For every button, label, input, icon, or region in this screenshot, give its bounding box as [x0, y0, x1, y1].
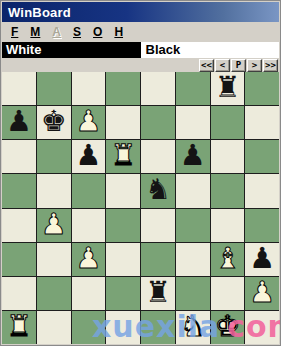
square-a6[interactable]: [2, 140, 36, 173]
menu-mode[interactable]: M: [30, 25, 40, 39]
white-bishop-g3[interactable]: ♝: [214, 244, 240, 273]
white-clock[interactable]: White: [2, 42, 141, 58]
square-b7[interactable]: ♚: [37, 106, 71, 139]
square-e5[interactable]: ♞: [141, 174, 175, 207]
square-g8[interactable]: ♜: [211, 72, 245, 105]
square-c4[interactable]: [72, 209, 106, 242]
square-h5[interactable]: [245, 174, 279, 207]
white-rook-a1[interactable]: ♜: [6, 312, 32, 341]
square-g3[interactable]: ♝: [211, 243, 245, 276]
black-pawn-f6[interactable]: ♟: [180, 141, 206, 170]
black-pawn-h3[interactable]: ♟: [249, 244, 275, 273]
chess-board: ♜♟♚♟♟♜♟♞♟♟♝♟♜♟♜♞♚: [2, 72, 279, 344]
square-b4[interactable]: ♟: [37, 209, 71, 242]
rewind-to-start-button[interactable]: <<: [199, 59, 214, 72]
black-rook-e2[interactable]: ♜: [145, 278, 171, 307]
square-a3[interactable]: [2, 243, 36, 276]
square-e8[interactable]: [141, 72, 175, 105]
menu-step[interactable]: S: [73, 25, 81, 39]
square-a7[interactable]: ♟: [2, 106, 36, 139]
square-f6[interactable]: ♟: [176, 140, 210, 173]
square-f4[interactable]: [176, 209, 210, 242]
white-rook-d6[interactable]: ♜: [110, 141, 136, 170]
forward-to-end-button[interactable]: >>: [263, 59, 278, 72]
white-pawn-b4[interactable]: ♟: [41, 210, 67, 239]
square-b3[interactable]: [37, 243, 71, 276]
square-d8[interactable]: [106, 72, 140, 105]
square-d7[interactable]: [106, 106, 140, 139]
square-h1[interactable]: [245, 311, 279, 344]
square-c3[interactable]: ♟: [72, 243, 106, 276]
square-d2[interactable]: [106, 277, 140, 310]
white-knight-f1[interactable]: ♞: [180, 312, 206, 341]
menu-bar: F M A S O H: [2, 22, 279, 42]
square-d4[interactable]: [106, 209, 140, 242]
square-c1[interactable]: [72, 311, 106, 344]
square-f8[interactable]: [176, 72, 210, 105]
square-e4[interactable]: [141, 209, 175, 242]
square-c7[interactable]: ♟: [72, 106, 106, 139]
black-knight-e5[interactable]: ♞: [145, 175, 171, 204]
square-f7[interactable]: [176, 106, 210, 139]
black-pawn-c6[interactable]: ♟: [75, 141, 101, 170]
square-e1[interactable]: [141, 311, 175, 344]
square-h7[interactable]: [245, 106, 279, 139]
square-a2[interactable]: [2, 277, 36, 310]
black-king-b7[interactable]: ♚: [41, 107, 67, 136]
square-f1[interactable]: ♞: [176, 311, 210, 344]
square-a5[interactable]: [2, 174, 36, 207]
square-h3[interactable]: ♟: [245, 243, 279, 276]
square-c2[interactable]: [72, 277, 106, 310]
square-b8[interactable]: [37, 72, 71, 105]
square-h8[interactable]: [245, 72, 279, 105]
title-bar[interactable]: WinBoard: [2, 2, 279, 22]
square-e7[interactable]: [141, 106, 175, 139]
square-d3[interactable]: [106, 243, 140, 276]
black-pawn-a7[interactable]: ♟: [6, 107, 32, 136]
square-d6[interactable]: ♜: [106, 140, 140, 173]
step-forward-button[interactable]: >: [247, 59, 262, 72]
square-g4[interactable]: [211, 209, 245, 242]
winboard-window: WinBoard F M A S O H White Black << < P …: [0, 0, 281, 346]
square-a8[interactable]: [2, 72, 36, 105]
square-h4[interactable]: [245, 209, 279, 242]
square-f2[interactable]: [176, 277, 210, 310]
black-rook-g8[interactable]: ♜: [214, 73, 240, 102]
square-g1[interactable]: ♚: [211, 311, 245, 344]
white-pawn-c3[interactable]: ♟: [75, 244, 101, 273]
square-b1[interactable]: [37, 311, 71, 344]
square-e3[interactable]: [141, 243, 175, 276]
menu-help[interactable]: H: [114, 25, 123, 39]
white-pawn-c7[interactable]: ♟: [75, 107, 101, 136]
square-d5[interactable]: [106, 174, 140, 207]
black-clock[interactable]: Black: [141, 42, 280, 58]
clock-bar: White Black: [2, 42, 279, 58]
square-g2[interactable]: [211, 277, 245, 310]
white-pawn-h2[interactable]: ♟: [249, 278, 275, 307]
menu-action[interactable]: A: [52, 25, 61, 39]
square-f5[interactable]: [176, 174, 210, 207]
square-b5[interactable]: [37, 174, 71, 207]
square-c5[interactable]: [72, 174, 106, 207]
white-king-g1[interactable]: ♚: [214, 312, 240, 341]
square-g7[interactable]: [211, 106, 245, 139]
square-g5[interactable]: [211, 174, 245, 207]
pause-button[interactable]: P: [231, 59, 246, 72]
square-a4[interactable]: [2, 209, 36, 242]
square-e6[interactable]: [141, 140, 175, 173]
step-back-button[interactable]: <: [215, 59, 230, 72]
window-title: WinBoard: [8, 5, 71, 20]
square-h6[interactable]: [245, 140, 279, 173]
board-area: ♜♟♚♟♟♜♟♞♟♟♝♟♜♟♜♞♚ xuexilacom: [2, 72, 279, 344]
square-c8[interactable]: [72, 72, 106, 105]
square-g6[interactable]: [211, 140, 245, 173]
square-e2[interactable]: ♜: [141, 277, 175, 310]
square-h2[interactable]: ♟: [245, 277, 279, 310]
nav-bar: << < P > >>: [2, 58, 279, 72]
menu-options[interactable]: O: [93, 25, 102, 39]
menu-file[interactable]: F: [11, 25, 18, 39]
square-c6[interactable]: ♟: [72, 140, 106, 173]
square-d1[interactable]: [106, 311, 140, 344]
square-b2[interactable]: [37, 277, 71, 310]
square-f3[interactable]: [176, 243, 210, 276]
square-b6[interactable]: [37, 140, 71, 173]
square-a1[interactable]: ♜: [2, 311, 36, 344]
